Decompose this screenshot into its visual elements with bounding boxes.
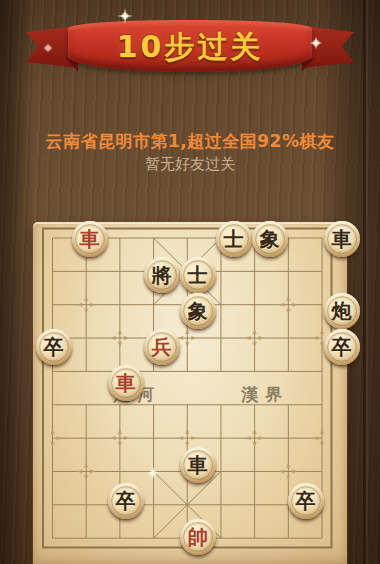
piece-red-車-f2r4[interactable]: 車 [108,365,144,401]
piece-char: 士 [188,265,208,285]
sparkle-icon [309,36,322,49]
piece-char: 帥 [188,527,208,547]
piece-char: 兵 [152,337,172,357]
friends-status-text: 暂无好友过关 [0,155,380,174]
piece-red-車-f1r0[interactable]: 車 [72,221,108,257]
piece-red-兵-f3r3[interactable]: 兵 [144,329,180,365]
piece-char: 象 [188,301,208,321]
pieces-grid: 車士象車將士象炮卒兵卒車車卒卒帥 [36,221,339,555]
piece-black-炮-f8r2[interactable]: 炮 [324,293,360,329]
sparkle-icon [146,466,159,479]
piece-black-卒-f7r8[interactable]: 卒 [288,483,324,519]
piece-black-象-f6r0[interactable]: 象 [252,221,288,257]
piece-char: 卒 [296,491,316,511]
piece-black-卒-f8r3[interactable]: 卒 [324,329,360,365]
game-screen: 10步过关 云南省昆明市第1,超过全国92%棋友 暂无好友过关 楚河 漢界 車士… [0,0,380,564]
piece-char: 卒 [116,491,136,511]
piece-black-車-f8r0[interactable]: 車 [324,221,360,257]
banner-title: 10步过关 [68,20,312,72]
piece-char: 象 [260,229,280,249]
sparkle-icon [43,43,52,52]
piece-char: 卒 [44,337,64,357]
piece-black-士-f5r0[interactable]: 士 [216,221,252,257]
piece-char: 卒 [332,337,352,357]
ribbon-band: 10步过关 [68,20,312,72]
piece-black-卒-f2r8[interactable]: 卒 [108,483,144,519]
piece-char: 車 [188,455,208,475]
piece-char: 車 [116,373,136,393]
ribbon-banner: 10步过关 [0,0,380,90]
piece-red-帥-f4r9[interactable]: 帥 [180,519,216,555]
piece-char: 炮 [332,301,352,321]
piece-char: 車 [80,229,100,249]
piece-black-象-f4r2[interactable]: 象 [180,293,216,329]
piece-black-將-f3r1[interactable]: 將 [144,257,180,293]
piece-black-車-f4r7[interactable]: 車 [180,447,216,483]
ranking-text: 云南省昆明市第1,超过全国92%棋友 [0,130,380,153]
piece-black-士-f4r1[interactable]: 士 [180,257,216,293]
piece-char: 車 [332,229,352,249]
sparkle-icon [117,8,133,24]
xiangqi-board[interactable]: 楚河 漢界 車士象車將士象炮卒兵卒車車卒卒帥 [33,222,347,564]
piece-char: 將 [152,265,172,285]
piece-char: 士 [224,229,244,249]
piece-black-卒-f0r3[interactable]: 卒 [36,329,72,365]
